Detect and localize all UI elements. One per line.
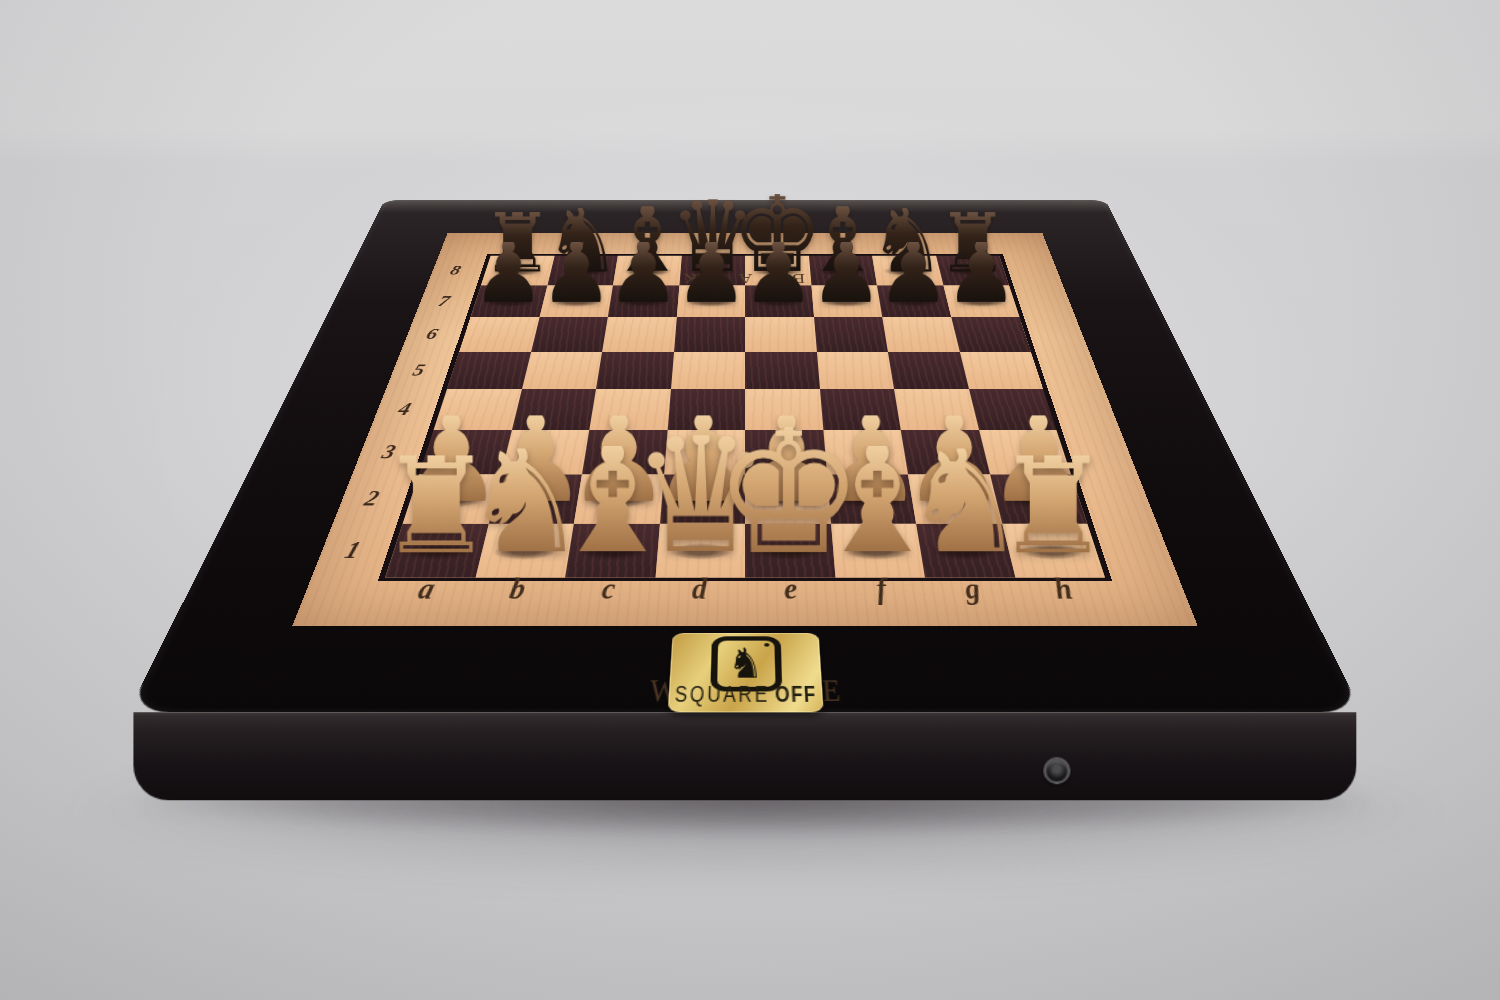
chessboard: ♜♞♝♛♚♝♞♜♟♟♟♟♟♟♟♟♟♟♟♟♟♟♟♟♜♞♝♛♚♝♞♜ 8765432… [128,200,1362,712]
rank-label-5: 5 [388,352,449,389]
square-d7[interactable]: ♟ [676,285,745,317]
board-surface: ♜♞♝♛♚♝♞♜♟♟♟♟♟♟♟♟♟♟♟♟♟♟♟♟♜♞♝♛♚♝♞♜ 8765432… [292,233,1198,626]
brand-text: SQUARE OFF [674,681,817,706]
square-c6[interactable] [602,317,676,351]
square-g7[interactable]: ♟ [877,285,951,317]
square-c7[interactable]: ♟ [608,285,679,317]
logo-dot [764,643,769,646]
square-f7[interactable]: ♟ [811,285,882,317]
square-a6[interactable] [459,317,539,351]
knight-logo-icon: ♞ [710,636,782,691]
square-e6[interactable] [745,317,816,351]
square-e5[interactable] [745,352,820,389]
square-a7[interactable]: ♟ [471,285,547,317]
product-photo: ♜♞♝♛♚♝♞♜♟♟♟♟♟♟♟♟♟♟♟♟♟♟♟♟♜♞♝♛♚♝♞♜ 8765432… [0,0,1500,1000]
square-off-plaque: ♞ SQUARE OFF [668,633,824,712]
black-pawn-a7[interactable]: ♟ [472,242,545,303]
square-h5[interactable] [959,352,1043,389]
square-b7[interactable]: ♟ [539,285,613,317]
white-rook-h1[interactable]: ♜ [995,455,1112,554]
square-e1[interactable]: ♚ [745,523,835,577]
black-pawn-g7[interactable]: ♟ [877,242,950,303]
square-f6[interactable] [814,317,888,351]
square-e7[interactable]: ♟ [745,285,814,317]
rank-label-6: 6 [403,317,461,351]
square-h6[interactable] [951,317,1031,351]
scene: ♜♞♝♛♚♝♞♜♟♟♟♟♟♟♟♟♟♟♟♟♟♟♟♟♜♞♝♛♚♝♞♜ 8765432… [0,0,1500,1000]
square-b5[interactable] [522,352,603,389]
black-pawn-b7[interactable]: ♟ [540,242,613,303]
square-c5[interactable] [596,352,674,389]
white-rook-a1[interactable]: ♜ [378,455,495,554]
white-king-e1[interactable]: ♚ [714,427,865,555]
square-h7[interactable]: ♟ [943,285,1019,317]
rank-label-7: 7 [416,285,471,317]
power-button[interactable] [1043,757,1070,784]
board-front-panel [133,712,1356,800]
square-h1[interactable]: ♜ [1002,523,1105,577]
square-g6[interactable] [882,317,959,351]
square-a1[interactable]: ♜ [385,523,488,577]
square-d5[interactable] [671,352,746,389]
square-b6[interactable] [531,317,608,351]
square-f5[interactable] [816,352,894,389]
square-g5[interactable] [888,352,969,389]
square-a5[interactable] [447,352,531,389]
black-pawn-f7[interactable]: ♟ [810,242,883,303]
board-grid: ♜♞♝♛♚♝♞♜♟♟♟♟♟♟♟♟♟♟♟♟♟♟♟♟♜♞♝♛♚♝♞♜ [378,254,1112,582]
black-pawn-h7[interactable]: ♟ [945,242,1018,303]
square-d6[interactable] [674,317,745,351]
